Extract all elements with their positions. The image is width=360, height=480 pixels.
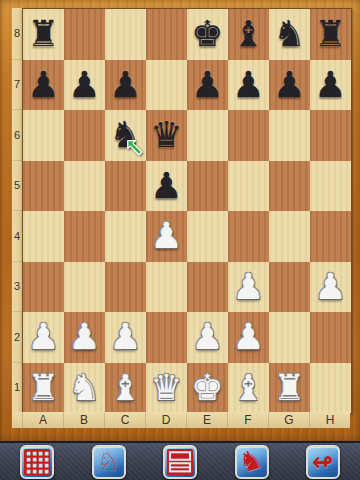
square-g4[interactable]: [269, 211, 310, 262]
rank-label-2: 2: [12, 311, 22, 362]
square-g8[interactable]: ♞: [269, 9, 310, 60]
piece-white-p-f2[interactable]: ♟: [232, 312, 264, 362]
square-h3[interactable]: ♟: [310, 262, 351, 313]
square-f7[interactable]: ♟: [228, 60, 269, 111]
board-grid-icon: [22, 447, 52, 477]
square-f8[interactable]: ♝: [228, 9, 269, 60]
rank-label-3: 3: [12, 261, 22, 312]
file-label-a: A: [22, 412, 63, 428]
piece-black-p-a7[interactable]: ♟: [27, 60, 59, 110]
toolbar-button-red-knight[interactable]: ♞: [235, 445, 269, 479]
piece-white-p-e2[interactable]: ♟: [191, 312, 223, 362]
piece-white-p-h3[interactable]: ♟: [314, 262, 346, 312]
piece-black-q-d6[interactable]: ♛: [150, 110, 182, 160]
square-d4[interactable]: ♟: [146, 211, 187, 262]
chess-board: 87654321 ♜♚♝♞♜♟♟♟♟♟♟♟♞ ♛♟♟♟♟♟♟♟♟♟♜♞♝♛♚♝♜: [12, 8, 352, 414]
square-c7[interactable]: ♟: [105, 60, 146, 111]
square-a1[interactable]: ♜: [23, 363, 64, 414]
last-move-arrow-icon: [125, 138, 145, 158]
file-label-e: E: [186, 412, 227, 428]
file-label-d: D: [145, 412, 186, 428]
rank-label-5: 5: [12, 160, 22, 211]
square-e1[interactable]: ♚: [187, 363, 228, 414]
piece-white-q-d1[interactable]: ♛: [150, 363, 182, 413]
piece-white-p-c2[interactable]: ♟: [109, 312, 141, 362]
square-e3[interactable]: [187, 262, 228, 313]
file-label-b: B: [63, 412, 104, 428]
square-d1[interactable]: ♛: [146, 363, 187, 414]
board-grid: ♜♚♝♞♜♟♟♟♟♟♟♟♞ ♛♟♟♟♟♟♟♟♟♟♜♞♝♛♚♝♜: [22, 8, 352, 414]
square-e5[interactable]: [187, 161, 228, 212]
square-c3[interactable]: [105, 262, 146, 313]
square-a8[interactable]: ♜: [23, 9, 64, 60]
square-c8[interactable]: [105, 9, 146, 60]
square-b1[interactable]: ♞: [64, 363, 105, 414]
piece-black-r-a8[interactable]: ♜: [27, 9, 59, 59]
square-b6[interactable]: [64, 110, 105, 161]
piece-white-k-e1[interactable]: ♚: [191, 363, 223, 413]
piece-black-p-f7[interactable]: ♟: [232, 60, 264, 110]
piece-black-p-b7[interactable]: ♟: [68, 60, 100, 110]
square-f4[interactable]: [228, 211, 269, 262]
square-g3[interactable]: [269, 262, 310, 313]
square-d6[interactable]: ♛: [146, 110, 187, 161]
file-label-h: H: [309, 412, 350, 428]
rank-label-7: 7: [12, 59, 22, 110]
square-a2[interactable]: ♟: [23, 312, 64, 363]
square-f5[interactable]: [228, 161, 269, 212]
square-b7[interactable]: ♟: [64, 60, 105, 111]
piece-black-p-h7[interactable]: ♟: [314, 60, 346, 110]
square-e8[interactable]: ♚: [187, 9, 228, 60]
piece-black-p-d5[interactable]: ♟: [150, 161, 182, 211]
square-e6[interactable]: [187, 110, 228, 161]
square-e2[interactable]: ♟: [187, 312, 228, 363]
square-e4[interactable]: [187, 211, 228, 262]
square-g1[interactable]: ♜: [269, 363, 310, 414]
rank-label-6: 6: [12, 109, 22, 160]
piece-white-b-c1[interactable]: ♝: [109, 363, 141, 413]
square-c6[interactable]: ♞: [105, 110, 146, 161]
square-d2[interactable]: [146, 312, 187, 363]
square-b2[interactable]: ♟: [64, 312, 105, 363]
piece-white-p-a2[interactable]: ♟: [27, 312, 59, 362]
piece-white-p-b2[interactable]: ♟: [68, 312, 100, 362]
toolbar-button-undo[interactable]: ↫: [306, 445, 340, 479]
square-f6[interactable]: [228, 110, 269, 161]
square-g5[interactable]: [269, 161, 310, 212]
square-d5[interactable]: ♟: [146, 161, 187, 212]
square-a4[interactable]: [23, 211, 64, 262]
square-g6[interactable]: [269, 110, 310, 161]
piece-white-b-f1[interactable]: ♝: [232, 363, 264, 413]
rank-labels: 87654321: [12, 8, 22, 414]
rank-label-8: 8: [12, 8, 22, 59]
piece-black-b-f8[interactable]: ♝: [232, 9, 264, 59]
stacked-bars-icon: [165, 447, 195, 477]
rank-label-4: 4: [12, 210, 22, 261]
piece-white-r-g1[interactable]: ♜: [273, 363, 305, 413]
file-label-c: C: [104, 412, 145, 428]
square-c5[interactable]: [105, 161, 146, 212]
square-b4[interactable]: [64, 211, 105, 262]
toolbar-button-split-bars[interactable]: [163, 445, 197, 479]
knight-outline-icon: ♘: [97, 449, 119, 474]
file-label-f: F: [227, 412, 268, 428]
square-h4[interactable]: [310, 211, 351, 262]
square-c1[interactable]: ♝: [105, 363, 146, 414]
square-c2[interactable]: ♟: [105, 312, 146, 363]
piece-black-k-e8[interactable]: ♚: [191, 9, 223, 59]
tilted-knight-icon: ♞: [236, 445, 267, 477]
piece-white-p-d4[interactable]: ♟: [150, 211, 182, 261]
piece-black-p-g7[interactable]: ♟: [273, 60, 305, 110]
square-h8[interactable]: ♜: [310, 9, 351, 60]
piece-black-r-h8[interactable]: ♜: [314, 9, 346, 59]
square-d8[interactable]: [146, 9, 187, 60]
square-h7[interactable]: ♟: [310, 60, 351, 111]
square-b8[interactable]: [64, 9, 105, 60]
rank-label-1: 1: [12, 362, 22, 413]
square-a7[interactable]: ♟: [23, 60, 64, 111]
square-g2[interactable]: [269, 312, 310, 363]
square-g7[interactable]: ♟: [269, 60, 310, 111]
square-c4[interactable]: [105, 211, 146, 262]
toolbar: ♘ ♞ ↫: [0, 441, 360, 480]
square-a5[interactable]: [23, 161, 64, 212]
square-f1[interactable]: ♝: [228, 363, 269, 414]
file-labels: ABCDEFGH: [12, 412, 350, 428]
label-corner-spacer: [12, 412, 22, 428]
square-a6[interactable]: [23, 110, 64, 161]
square-f3[interactable]: ♟: [228, 262, 269, 313]
square-e7[interactable]: ♟: [187, 60, 228, 111]
square-h5[interactable]: [310, 161, 351, 212]
file-label-g: G: [268, 412, 309, 428]
square-h6[interactable]: [310, 110, 351, 161]
piece-black-n-g8[interactable]: ♞: [273, 9, 305, 59]
square-h1[interactable]: [310, 363, 351, 414]
loop-arrow-icon: ↫: [312, 449, 334, 475]
piece-white-p-f3[interactable]: ♟: [232, 262, 264, 312]
square-a3[interactable]: [23, 262, 64, 313]
piece-white-n-b1[interactable]: ♞: [68, 363, 100, 413]
toolbar-button-knight[interactable]: ♘: [92, 445, 126, 479]
piece-black-p-c7[interactable]: ♟: [109, 60, 141, 110]
toolbar-button-board-grid[interactable]: [20, 445, 54, 479]
square-f2[interactable]: ♟: [228, 312, 269, 363]
piece-black-p-e7[interactable]: ♟: [191, 60, 223, 110]
square-d7[interactable]: [146, 60, 187, 111]
square-b3[interactable]: [64, 262, 105, 313]
square-h2[interactable]: [310, 312, 351, 363]
piece-white-r-a1[interactable]: ♜: [27, 363, 59, 413]
square-b5[interactable]: [64, 161, 105, 212]
square-d3[interactable]: [146, 262, 187, 313]
